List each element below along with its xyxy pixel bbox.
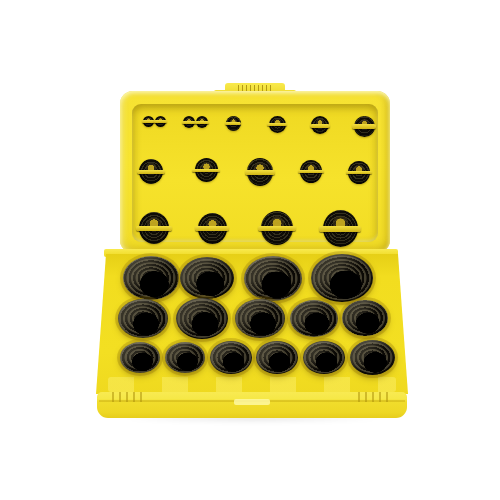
oring-stack (118, 299, 168, 338)
retainer-bar (136, 226, 171, 231)
oring-coil (195, 158, 218, 182)
oring-stack (311, 254, 373, 302)
oring-stack (350, 340, 395, 375)
oring-pair (183, 116, 209, 128)
retainer-bar (245, 170, 276, 174)
oring-coil (300, 160, 322, 183)
oring-stack (165, 342, 205, 373)
oring-coil (348, 161, 370, 184)
oring-stack (256, 341, 298, 374)
retainer-bar (142, 120, 154, 122)
oring-coil (311, 116, 329, 134)
oring-coil (139, 212, 169, 244)
retainer-bar (267, 123, 286, 127)
oring-coil (198, 213, 227, 244)
oring-coil (269, 116, 286, 133)
oring-stack (180, 257, 234, 299)
oring-small (143, 116, 154, 127)
retainer-bar (154, 120, 166, 122)
oring-kit-product-photo (0, 0, 500, 500)
oring-coil (226, 116, 241, 131)
retainer-bar (192, 169, 219, 173)
oring-coil (139, 159, 163, 184)
oring-coil (323, 210, 358, 247)
oring-stack (290, 300, 338, 337)
retainer-bar (225, 122, 242, 125)
retainer-bar (195, 226, 229, 231)
oring-stack (120, 342, 160, 373)
rings-layer (0, 0, 500, 500)
retainer-bar (319, 226, 360, 232)
oring-stack (303, 341, 345, 374)
oring-stack (210, 341, 252, 374)
oring-coil (247, 158, 273, 186)
retainer-bar (310, 124, 330, 128)
retainer-bar (352, 124, 376, 129)
retainer-bar (195, 121, 208, 124)
oring-stack (176, 298, 228, 339)
oring-stack (342, 300, 388, 336)
retainer-bar (258, 226, 296, 231)
oring-small (155, 116, 166, 127)
retainer-bar (298, 170, 324, 174)
oring-small (196, 116, 208, 128)
oring-small (183, 116, 195, 128)
oring-stack (235, 299, 285, 338)
retainer-bar (346, 171, 372, 175)
oring-coil (261, 211, 293, 245)
oring-pair (143, 116, 167, 127)
oring-stack (123, 256, 179, 300)
oring-stack (244, 256, 302, 301)
oring-coil (354, 116, 375, 137)
retainer-bar (137, 170, 165, 174)
retainer-bar (182, 121, 195, 124)
